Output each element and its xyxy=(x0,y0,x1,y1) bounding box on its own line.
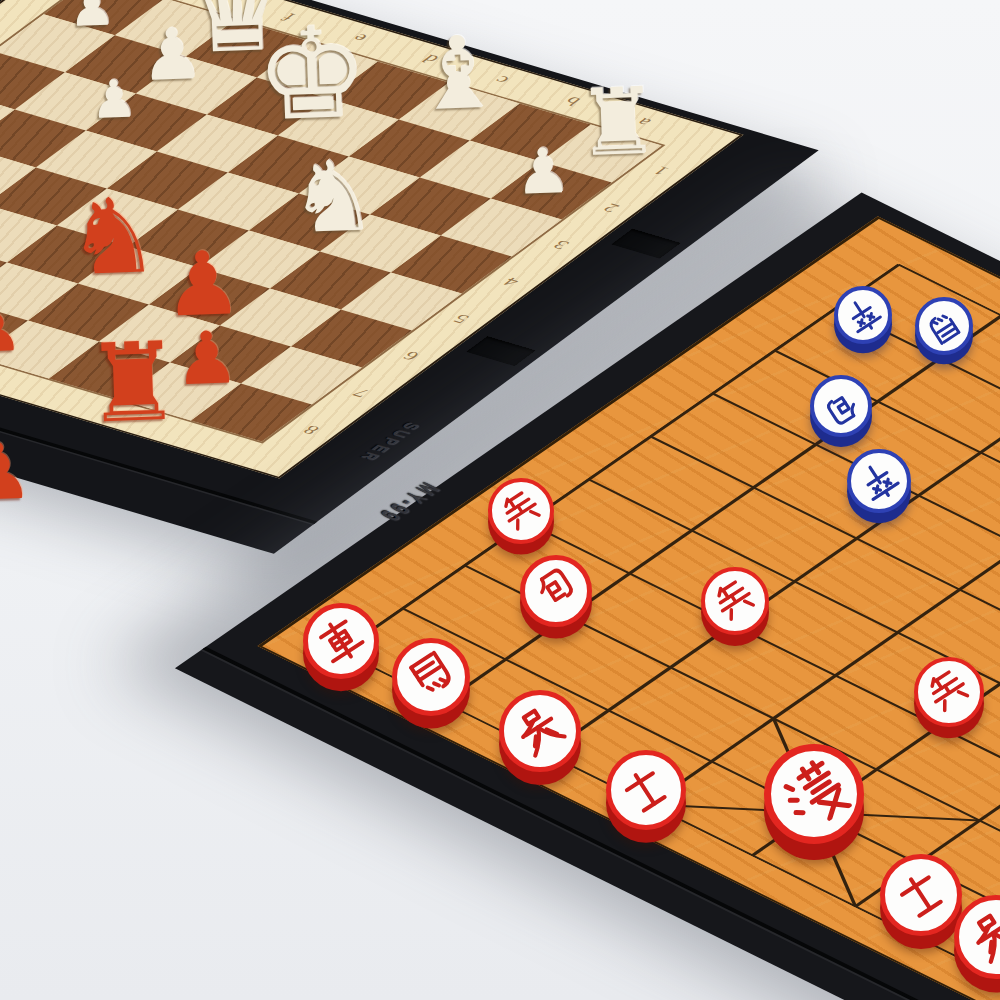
file-label-d: d xyxy=(409,49,453,69)
rank-label-6: 6 xyxy=(390,346,434,366)
scene: abcdefgh12345678 SUPER ♛♚♜♝♞♟♟♟♟♞♟♟♜♟♟ M… xyxy=(0,0,1000,1000)
chess-case-notch xyxy=(466,336,535,366)
file-label-f: f xyxy=(267,7,311,27)
file-label-g: g xyxy=(196,0,240,6)
rank-label-7: 7 xyxy=(340,383,384,403)
rank-label-3: 3 xyxy=(540,234,584,254)
rank-label-5: 5 xyxy=(440,309,484,329)
rank-label-4: 4 xyxy=(490,272,534,292)
chess-case-notch xyxy=(612,229,681,259)
file-label-a: a xyxy=(622,112,666,132)
rank-label-8: 8 xyxy=(290,420,334,440)
rank-label-2: 2 xyxy=(590,197,634,217)
file-label-b: b xyxy=(551,91,595,111)
rank-label-1: 1 xyxy=(640,160,684,180)
janggi-case-embossed-text: MY-99 xyxy=(372,480,445,526)
file-label-e: e xyxy=(338,28,382,48)
chess-case-embossed-text: SUPER xyxy=(355,421,424,464)
file-label-c: c xyxy=(480,70,524,90)
chess-grid xyxy=(0,0,662,442)
